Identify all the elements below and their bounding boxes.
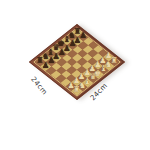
dimension-label-left: 24cm (29, 75, 48, 96)
product-image: ♜♞♝♛♚♝♞♜♟♟♟♟♟♟♟♟♟♟♟♟♟♟♟♟♜♞♝♛♚♝♞♜ 24cm 24… (0, 0, 150, 150)
white-rook: ♜ (110, 57, 117, 65)
